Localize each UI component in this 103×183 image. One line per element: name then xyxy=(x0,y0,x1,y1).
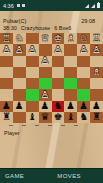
square-b1[interactable]: ♘ xyxy=(13,33,26,44)
square-a7[interactable]: ♟ xyxy=(0,101,13,112)
square-b8[interactable] xyxy=(13,112,26,123)
piece-R-h1: ♖ xyxy=(92,33,101,43)
square-d3[interactable]: ♙ xyxy=(39,56,52,67)
square-e7[interactable]: ♞ xyxy=(52,101,65,112)
square-c1[interactable] xyxy=(26,33,39,44)
piece-P-e2: ♙ xyxy=(53,44,62,54)
square-g8[interactable]: ♞ xyxy=(77,112,90,123)
square-c6[interactable] xyxy=(26,89,39,100)
square-c8[interactable]: ♝ xyxy=(26,112,39,123)
notification-icon xyxy=(17,4,20,7)
piece-P-c2: ♙ xyxy=(28,44,37,54)
square-c5[interactable] xyxy=(26,78,39,89)
square-d7[interactable]: ♟ xyxy=(39,101,52,112)
square-e6[interactable] xyxy=(52,89,65,100)
square-f5[interactable] xyxy=(64,78,77,89)
board-shadow-dashes xyxy=(0,125,103,126)
piece-R-a1: ♖ xyxy=(2,33,11,43)
square-f6[interactable] xyxy=(64,89,77,100)
piece-P-b2: ♙ xyxy=(15,44,24,54)
piece-b-f8: ♝ xyxy=(66,112,75,122)
piece-p-h7: ♟ xyxy=(92,101,101,111)
square-h5[interactable] xyxy=(90,78,103,89)
signal-icon xyxy=(85,4,89,8)
piece-B-f1: ♗ xyxy=(66,33,75,43)
square-b3[interactable] xyxy=(13,56,26,67)
square-e3[interactable] xyxy=(52,56,65,67)
game-menu-button[interactable]: GAME xyxy=(5,173,24,179)
piece-P-a2: ♙ xyxy=(2,44,11,54)
piece-P-g2: ♙ xyxy=(79,44,88,54)
square-f8[interactable]: ♝ xyxy=(64,112,77,123)
square-d1[interactable]: ♕ xyxy=(39,33,52,44)
piece-N-b1: ♘ xyxy=(15,33,24,43)
square-h8[interactable]: ♜ xyxy=(90,112,103,123)
square-h1[interactable]: ♖ xyxy=(90,33,103,44)
piece-P-d6: ♙ xyxy=(41,89,50,99)
square-c3[interactable] xyxy=(26,56,39,67)
piece-P-h2: ♙ xyxy=(92,44,101,54)
piece-b-c8: ♝ xyxy=(28,112,37,122)
square-a5[interactable] xyxy=(0,78,13,89)
piece-p-f7: ♟ xyxy=(66,101,75,111)
bottom-toolbar: GAME MOVES xyxy=(0,168,103,183)
piece-B-h4: ♗ xyxy=(92,67,101,77)
square-c2[interactable]: ♙ xyxy=(26,44,39,55)
square-f1[interactable]: ♗ xyxy=(64,33,77,44)
piece-K-e1: ♔ xyxy=(53,33,62,43)
square-h4[interactable]: ♗ xyxy=(90,67,103,78)
square-g1[interactable]: ♘ xyxy=(77,33,90,44)
square-g4[interactable] xyxy=(77,67,90,78)
square-b7[interactable]: ♟ xyxy=(13,101,26,112)
square-g3[interactable] xyxy=(77,56,90,67)
square-g7[interactable]: ♟ xyxy=(77,101,90,112)
piece-N-g1: ♘ xyxy=(79,33,88,43)
app-screen: 4:36 Pulsar(C) 29:08 38:30 Crazyhouse 6 … xyxy=(0,0,103,183)
piece-k-e8: ♚ xyxy=(53,112,62,122)
moves-menu-button[interactable]: MOVES xyxy=(57,173,81,179)
piece-P-d3: ♙ xyxy=(41,56,50,66)
square-e1[interactable]: ♔ xyxy=(52,33,65,44)
square-e2[interactable]: ♙ xyxy=(52,44,65,55)
square-h7[interactable]: ♟ xyxy=(90,101,103,112)
square-e5[interactable] xyxy=(52,78,65,89)
square-a8[interactable]: ♜ xyxy=(0,112,13,123)
square-a1[interactable]: ♖ xyxy=(0,33,13,44)
square-c7[interactable] xyxy=(26,101,39,112)
square-d2[interactable] xyxy=(39,44,52,55)
square-d4[interactable] xyxy=(39,67,52,78)
square-h2[interactable]: ♙ xyxy=(90,44,103,55)
piece-q-d8: ♛ xyxy=(41,112,50,122)
player-clock: 38:30 xyxy=(3,25,17,32)
square-d8[interactable]: ♛ xyxy=(39,112,52,123)
square-a4[interactable] xyxy=(0,67,13,78)
square-g5[interactable] xyxy=(77,78,90,89)
piece-Q-d1: ♕ xyxy=(41,33,50,43)
piece-p-a7: ♟ xyxy=(2,101,11,111)
square-f3[interactable] xyxy=(64,56,77,67)
square-h3[interactable] xyxy=(90,56,103,67)
chess-board[interactable]: ♖♘♕♔♗♘♖♙♙♙♙♙♙♙♗♙♟♟♟♞♟♟♟♜♝♛♚♝♞♜ xyxy=(0,33,103,123)
notification-icons xyxy=(17,4,25,7)
square-e8[interactable]: ♚ xyxy=(52,112,65,123)
piece-p-g7: ♟ xyxy=(79,101,88,111)
square-a6[interactable] xyxy=(0,89,13,100)
square-f7[interactable]: ♟ xyxy=(64,101,77,112)
square-d5[interactable] xyxy=(39,78,52,89)
square-c4[interactable] xyxy=(26,67,39,78)
wifi-icon xyxy=(91,4,95,8)
square-g6[interactable] xyxy=(77,89,90,100)
square-b6[interactable] xyxy=(13,89,26,100)
status-bar: 4:36 xyxy=(0,0,103,11)
last-move: 6 Bxe6 xyxy=(54,25,71,32)
square-d6[interactable]: ♙ xyxy=(39,89,52,100)
engine-clock: 29:08 xyxy=(81,18,100,25)
square-b4[interactable] xyxy=(13,67,26,78)
square-a2[interactable]: ♙ xyxy=(0,44,13,55)
square-f2[interactable] xyxy=(64,44,77,55)
engine-name: Pulsar(C) xyxy=(3,18,26,25)
square-b5[interactable] xyxy=(13,78,26,89)
square-e4[interactable] xyxy=(52,67,65,78)
piece-n-e7: ♞ xyxy=(53,101,62,111)
piece-r-a8: ♜ xyxy=(2,112,11,122)
square-h6[interactable] xyxy=(90,89,103,100)
piece-p-b7: ♟ xyxy=(15,101,24,111)
piece-n-g8: ♞ xyxy=(79,112,88,122)
square-a3[interactable] xyxy=(0,56,13,67)
square-f4[interactable] xyxy=(64,67,77,78)
notification-icon xyxy=(22,4,25,7)
status-time: 4:36 xyxy=(3,3,14,9)
piece-p-d7: ♟ xyxy=(41,101,50,111)
square-g2[interactable]: ♙ xyxy=(77,44,90,55)
piece-r-h8: ♜ xyxy=(92,112,101,122)
square-b2[interactable]: ♙ xyxy=(13,44,26,55)
game-info-panel: Pulsar(C) 29:08 38:30 Crazyhouse 6 Bxe6 xyxy=(0,11,103,33)
variant-label: Crazyhouse xyxy=(21,25,50,32)
battery-icon xyxy=(97,3,100,8)
player-label: Player xyxy=(4,130,20,136)
